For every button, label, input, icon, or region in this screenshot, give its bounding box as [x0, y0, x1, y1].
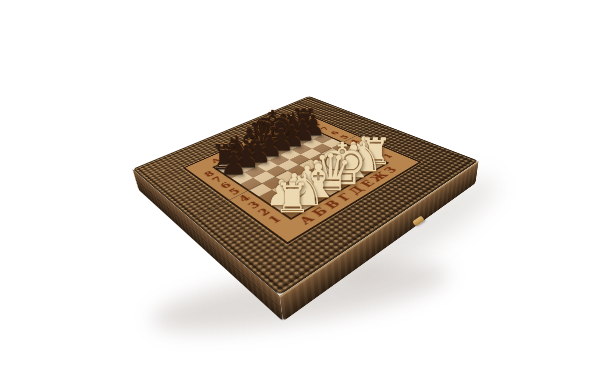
file-label-Е: Е	[353, 176, 382, 192]
square-c2	[295, 183, 318, 196]
product-photo-stage: АБВГДЕЖЗ АБВГДЕЖЗ 87654321 87654321 ♜♞♝♛…	[0, 0, 600, 380]
file-label-В: В	[317, 196, 347, 214]
square-a4	[249, 184, 272, 197]
square-h1	[364, 158, 386, 169]
coordinate-frame: АБВГДЕЖЗ АБВГДЕЖЗ 87654321 87654321	[185, 114, 419, 242]
rank-labels-left: 87654321	[196, 167, 291, 230]
file-labels-near: АБВГДЕЖЗ	[291, 163, 404, 230]
square-e3	[309, 164, 331, 176]
square-b1	[293, 196, 317, 210]
square-b5	[253, 171, 275, 183]
square-e1	[331, 176, 354, 189]
square-g1	[353, 163, 375, 175]
square-f2	[331, 164, 353, 176]
square-f1	[342, 169, 365, 181]
rank-label-3: 3	[239, 197, 269, 215]
square-a3	[259, 190, 282, 204]
square-c3	[285, 177, 308, 190]
file-label-Ж: Ж	[364, 169, 394, 185]
file-label-А: А	[291, 210, 322, 229]
rank-label-6: 6	[212, 178, 240, 193]
rank-label-5: 5	[221, 184, 250, 200]
rank-label-2: 2	[249, 203, 280, 221]
file-label-Г: Г	[330, 189, 360, 206]
square-b4	[263, 177, 286, 190]
rank-label-4: 4	[230, 190, 259, 207]
rank-label-1: 1	[260, 210, 291, 229]
square-b3	[272, 183, 295, 196]
square-d1	[319, 182, 343, 195]
square-a1	[280, 203, 305, 218]
square-e2	[320, 170, 343, 182]
square-c1	[306, 189, 330, 203]
file-label-З: З	[376, 163, 404, 177]
rank-label-7: 7	[204, 172, 231, 187]
square-a2	[269, 196, 293, 210]
square-d4	[287, 165, 309, 177]
file-label-Д: Д	[341, 182, 370, 198]
square-a6	[231, 172, 253, 184]
square-d3	[297, 170, 319, 182]
square-a5	[240, 178, 262, 191]
file-label-Б: Б	[304, 203, 334, 221]
square-c4	[275, 171, 297, 183]
square-b2	[283, 189, 307, 203]
square-d2	[308, 176, 331, 189]
